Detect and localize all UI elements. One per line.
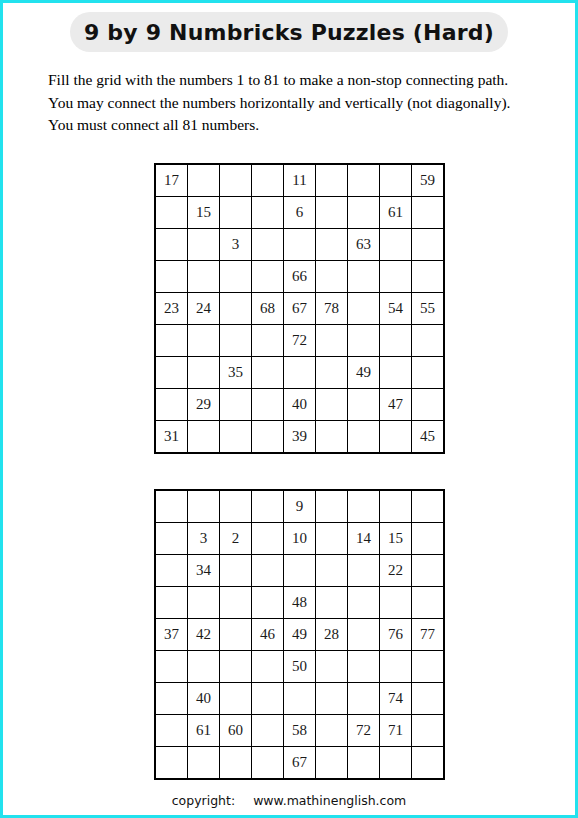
puzzle-2-cell-r8c5: 58: [284, 715, 315, 746]
puzzle-2-cell-r4c2[interactable]: [188, 587, 219, 618]
puzzle-2-cell-r2c5: 10: [284, 523, 315, 554]
puzzle-1-cell-r3c5[interactable]: [284, 229, 315, 260]
puzzle-1-cell-r9c5: 39: [284, 421, 315, 452]
puzzle-2-cell-r2c8: 15: [380, 523, 411, 554]
puzzle-2-cell-r7c2: 40: [188, 683, 219, 714]
puzzle-1-cell-r8c2: 29: [188, 389, 219, 420]
puzzle-2-cell-r4c5: 48: [284, 587, 315, 618]
page-title-text: 9 by 9 Numbricks Puzzles (Hard): [84, 20, 494, 45]
puzzle-1-cell-r4c1[interactable]: [156, 261, 187, 292]
puzzle-2-cell-r5c7[interactable]: [348, 619, 379, 650]
puzzle-2-cell-r6c2[interactable]: [188, 651, 219, 682]
puzzle-2-cell-r1c3[interactable]: [220, 491, 251, 522]
puzzle-2-cell-r4c3[interactable]: [220, 587, 251, 618]
puzzle-1-cell-r1c3[interactable]: [220, 165, 251, 196]
puzzle-1-cell-r5c2: 24: [188, 293, 219, 324]
puzzle-1-cell-r4c9[interactable]: [412, 261, 443, 292]
puzzle-2-cell-r7c5[interactable]: [284, 683, 315, 714]
puzzle-1-cell-r4c4[interactable]: [252, 261, 283, 292]
puzzle-2-cell-r3c4[interactable]: [252, 555, 283, 586]
puzzle-2-cell-r6c5: 50: [284, 651, 315, 682]
puzzle-1-cell-r4c8[interactable]: [380, 261, 411, 292]
puzzle-1-cell-r8c4[interactable]: [252, 389, 283, 420]
puzzle-1-cell-r5c8: 54: [380, 293, 411, 324]
puzzle-1-cell-r7c1[interactable]: [156, 357, 187, 388]
puzzle-1-cell-r6c6[interactable]: [316, 325, 347, 356]
puzzle-2-cell-r4c9[interactable]: [412, 587, 443, 618]
puzzle-1-cell-r3c1[interactable]: [156, 229, 187, 260]
puzzle-2-cell-r3c9[interactable]: [412, 555, 443, 586]
puzzle-2-cell-r8c7: 72: [348, 715, 379, 746]
puzzle-2-cell-r2c6[interactable]: [316, 523, 347, 554]
puzzle-2-cell-r7c7[interactable]: [348, 683, 379, 714]
puzzle-2-cell-r5c6: 28: [316, 619, 347, 650]
puzzle-1-cell-r6c4[interactable]: [252, 325, 283, 356]
puzzle-2-cell-r3c2: 34: [188, 555, 219, 586]
puzzle-2-cell-r3c8: 22: [380, 555, 411, 586]
puzzle-1-cell-r3c9[interactable]: [412, 229, 443, 260]
puzzle-2-cell-r7c4[interactable]: [252, 683, 283, 714]
puzzle-1-cell-r2c4[interactable]: [252, 197, 283, 228]
puzzle-2-cell-r2c9[interactable]: [412, 523, 443, 554]
puzzle-2-cell-r3c3[interactable]: [220, 555, 251, 586]
puzzle-2-cell-r9c7[interactable]: [348, 747, 379, 778]
puzzle-1-cell-r7c8[interactable]: [380, 357, 411, 388]
puzzle-1-cell-r3c7: 63: [348, 229, 379, 260]
puzzle-1-cell-r4c5: 66: [284, 261, 315, 292]
puzzle-1-cell-r7c9[interactable]: [412, 357, 443, 388]
puzzle-2-cell-r3c6[interactable]: [316, 555, 347, 586]
instruction-line-2: You may connect the numbers horizontally…: [48, 92, 510, 115]
puzzle-2-cell-r3c1[interactable]: [156, 555, 187, 586]
puzzle-2-cell-r6c4[interactable]: [252, 651, 283, 682]
puzzle-1-cell-r4c2[interactable]: [188, 261, 219, 292]
puzzle-1-cell-r2c3[interactable]: [220, 197, 251, 228]
puzzle-1-cell-r4c3[interactable]: [220, 261, 251, 292]
copyright-label: copyright:: [172, 793, 235, 808]
puzzle-1-cell-r1c4[interactable]: [252, 165, 283, 196]
puzzle-1-cell-r5c1: 23: [156, 293, 187, 324]
puzzle-1-cell-r5c7[interactable]: [348, 293, 379, 324]
puzzle-1-cell-r9c3[interactable]: [220, 421, 251, 452]
puzzle-1-cell-r4c7[interactable]: [348, 261, 379, 292]
puzzle-2-cell-r6c8[interactable]: [380, 651, 411, 682]
puzzle-1-cell-r7c4[interactable]: [252, 357, 283, 388]
puzzle-1-cell-r4c6[interactable]: [316, 261, 347, 292]
puzzle-2-cell-r4c4[interactable]: [252, 587, 283, 618]
puzzle-1-cell-r7c3: 35: [220, 357, 251, 388]
puzzle-1-cell-r1c6[interactable]: [316, 165, 347, 196]
instruction-line-3: You must connect all 81 numbers.: [48, 114, 510, 137]
puzzle-2-cell-r9c9[interactable]: [412, 747, 443, 778]
puzzle-2-cell-r8c9[interactable]: [412, 715, 443, 746]
puzzle-2-cell-r4c6[interactable]: [316, 587, 347, 618]
puzzle-2-cell-r5c5: 49: [284, 619, 315, 650]
puzzle-1-cell-r5c4: 68: [252, 293, 283, 324]
puzzle-1-cell-r9c7[interactable]: [348, 421, 379, 452]
puzzle-1-cell-r1c1: 17: [156, 165, 187, 196]
puzzle-1-cell-r8c1[interactable]: [156, 389, 187, 420]
puzzle-1-cell-r2c8: 61: [380, 197, 411, 228]
puzzle-2-cell-r9c4[interactable]: [252, 747, 283, 778]
puzzle-1-cell-r8c9[interactable]: [412, 389, 443, 420]
puzzle-1-cell-r9c2[interactable]: [188, 421, 219, 452]
puzzle-2-cell-r6c6[interactable]: [316, 651, 347, 682]
puzzle-1-cell-r2c5: 6: [284, 197, 315, 228]
puzzle-1-cell-r7c5[interactable]: [284, 357, 315, 388]
puzzle-2-cell-r6c9[interactable]: [412, 651, 443, 682]
puzzle-1-cell-r1c5: 11: [284, 165, 315, 196]
puzzle-1-cell-r9c9: 45: [412, 421, 443, 452]
puzzle-2-cell-r5c4: 46: [252, 619, 283, 650]
puzzle-2-cell-r1c2[interactable]: [188, 491, 219, 522]
numbricks-grid-2: 9321014153422483742464928767750407461605…: [154, 489, 445, 780]
puzzle-2-cell-r8c6[interactable]: [316, 715, 347, 746]
puzzle-1-cell-r3c8[interactable]: [380, 229, 411, 260]
footer: copyright: www.mathinenglish.com: [3, 793, 575, 808]
puzzle-2-cell-r7c3[interactable]: [220, 683, 251, 714]
puzzle-1-cell-r9c8[interactable]: [380, 421, 411, 452]
puzzle-1-cell-r3c4[interactable]: [252, 229, 283, 260]
puzzle-1-cell-r8c6[interactable]: [316, 389, 347, 420]
worksheet-page: 9 by 9 Numbricks Puzzles (Hard) Fill the…: [0, 0, 578, 818]
puzzle-2-cell-r5c3[interactable]: [220, 619, 251, 650]
puzzle-1-cell-r2c2: 15: [188, 197, 219, 228]
puzzle-2-cell-r7c6[interactable]: [316, 683, 347, 714]
instructions: Fill the grid with the numbers 1 to 81 t…: [48, 69, 510, 137]
puzzle-2-cell-r5c2: 42: [188, 619, 219, 650]
puzzle-1-cell-r6c5: 72: [284, 325, 315, 356]
puzzle-2-cell-r8c3: 60: [220, 715, 251, 746]
puzzle-2-cell-r4c8[interactable]: [380, 587, 411, 618]
puzzle-1-cell-r6c8[interactable]: [380, 325, 411, 356]
website-text: www.mathinenglish.com: [253, 793, 406, 808]
puzzle-1-cell-r6c2[interactable]: [188, 325, 219, 356]
puzzle-1-cell-r7c6[interactable]: [316, 357, 347, 388]
puzzle-1-cell-r5c5: 67: [284, 293, 315, 324]
puzzle-1-cell-r3c3: 3: [220, 229, 251, 260]
puzzle-1-cell-r1c8[interactable]: [380, 165, 411, 196]
puzzle-1-cell-r7c2[interactable]: [188, 357, 219, 388]
puzzle-1-cell-r2c6[interactable]: [316, 197, 347, 228]
puzzle-1-cell-r6c7[interactable]: [348, 325, 379, 356]
puzzle-2-cell-r5c9: 77: [412, 619, 443, 650]
puzzle-1-cell-r5c3[interactable]: [220, 293, 251, 324]
puzzle-2-cell-r1c5: 9: [284, 491, 315, 522]
puzzle-2-cell-r6c1[interactable]: [156, 651, 187, 682]
puzzle-2-cell-r2c3: 2: [220, 523, 251, 554]
page-title: 9 by 9 Numbricks Puzzles (Hard): [70, 12, 508, 52]
puzzle-2-cell-r8c1[interactable]: [156, 715, 187, 746]
puzzle-2-cell-r9c8[interactable]: [380, 747, 411, 778]
puzzle-2-cell-r7c8: 74: [380, 683, 411, 714]
puzzle-2-cell-r1c9[interactable]: [412, 491, 443, 522]
puzzle-2-cell-r2c2: 3: [188, 523, 219, 554]
puzzle-2-cell-r5c8: 76: [380, 619, 411, 650]
puzzle-1-cell-r9c4[interactable]: [252, 421, 283, 452]
puzzle-1-cell-r7c7: 49: [348, 357, 379, 388]
puzzle-2-cell-r7c1[interactable]: [156, 683, 187, 714]
puzzle-2-cell-r9c1[interactable]: [156, 747, 187, 778]
puzzle-2-cell-r4c1[interactable]: [156, 587, 187, 618]
puzzle-2-cell-r8c4[interactable]: [252, 715, 283, 746]
puzzle-2-cell-r9c2[interactable]: [188, 747, 219, 778]
puzzle-1-cell-r6c9[interactable]: [412, 325, 443, 356]
puzzle-1-cell-r8c7[interactable]: [348, 389, 379, 420]
puzzle-2-cell-r4c7[interactable]: [348, 587, 379, 618]
puzzle-2-cell-r3c5[interactable]: [284, 555, 315, 586]
puzzle-1-cell-r8c3[interactable]: [220, 389, 251, 420]
puzzle-2-cell-r2c1[interactable]: [156, 523, 187, 554]
puzzle-1-cell-r5c6: 78: [316, 293, 347, 324]
puzzle-1-cell-r1c7[interactable]: [348, 165, 379, 196]
puzzle-1-cell-r2c7[interactable]: [348, 197, 379, 228]
puzzle-2-cell-r1c6[interactable]: [316, 491, 347, 522]
instruction-line-1: Fill the grid with the numbers 1 to 81 t…: [48, 69, 510, 92]
puzzle-2-cell-r8c8: 71: [380, 715, 411, 746]
puzzle-1-cell-r3c6[interactable]: [316, 229, 347, 260]
puzzle-2-cell-r9c6[interactable]: [316, 747, 347, 778]
puzzle-1-cell-r5c9: 55: [412, 293, 443, 324]
puzzle-1-cell-r9c6[interactable]: [316, 421, 347, 452]
puzzle-1-cell-r3c2[interactable]: [188, 229, 219, 260]
puzzle-2-cell-r1c7[interactable]: [348, 491, 379, 522]
puzzle-2-cell-r2c7: 14: [348, 523, 379, 554]
puzzle-2-cell-r3c7[interactable]: [348, 555, 379, 586]
puzzle-1-cell-r2c9[interactable]: [412, 197, 443, 228]
puzzle-1-cell-r8c8: 47: [380, 389, 411, 420]
puzzle-1-cell-r1c2[interactable]: [188, 165, 219, 196]
puzzle-1-cell-r6c1[interactable]: [156, 325, 187, 356]
puzzle-2-cell-r9c3[interactable]: [220, 747, 251, 778]
puzzle-1-cell-r9c1: 31: [156, 421, 187, 452]
puzzle-2-cell-r8c2: 61: [188, 715, 219, 746]
puzzle-2-cell-r1c4[interactable]: [252, 491, 283, 522]
puzzle-1-cell-r6c3[interactable]: [220, 325, 251, 356]
puzzle-2-cell-r2c4[interactable]: [252, 523, 283, 554]
puzzle-1-cell-r8c5: 40: [284, 389, 315, 420]
puzzle-2-cell-r5c1: 37: [156, 619, 187, 650]
puzzle-2-cell-r1c8[interactable]: [380, 491, 411, 522]
puzzle-1-cell-r2c1[interactable]: [156, 197, 187, 228]
puzzle-2-cell-r6c3[interactable]: [220, 651, 251, 682]
puzzle-2-cell-r7c9[interactable]: [412, 683, 443, 714]
puzzle-1-cell-r1c9: 59: [412, 165, 443, 196]
puzzle-2-cell-r6c7[interactable]: [348, 651, 379, 682]
numbricks-grid-1: 1711591566136366232468677854557235492940…: [154, 163, 445, 454]
puzzle-2-cell-r1c1[interactable]: [156, 491, 187, 522]
puzzle-2-cell-r9c5: 67: [284, 747, 315, 778]
